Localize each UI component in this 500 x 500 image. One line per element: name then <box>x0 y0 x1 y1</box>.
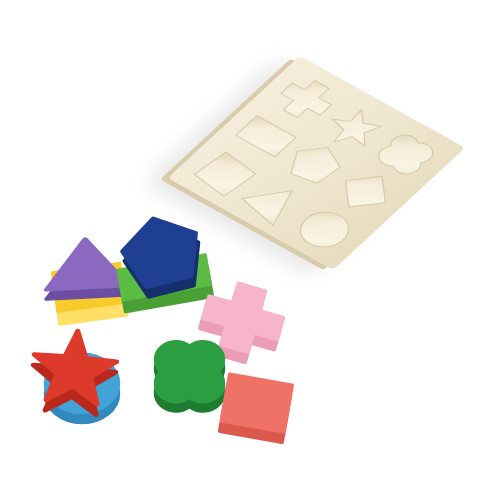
puzzle-board <box>168 56 465 270</box>
product-photo-scene <box>0 0 500 500</box>
piece-red-star[interactable] <box>22 318 127 419</box>
piece-salmon-square-graphic <box>208 363 306 447</box>
piece-top-face <box>222 374 292 432</box>
piece-top-face <box>156 342 223 402</box>
piece-red-star-graphic <box>22 318 127 419</box>
piece-salmon-square[interactable] <box>208 363 306 447</box>
